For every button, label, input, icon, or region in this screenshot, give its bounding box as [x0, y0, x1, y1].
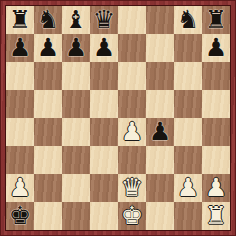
square-h8[interactable]: ♜ [202, 6, 230, 34]
square-g7[interactable] [174, 34, 202, 62]
square-d7[interactable]: ♟ [90, 34, 118, 62]
square-h7[interactable]: ♟ [202, 34, 230, 62]
square-f3[interactable] [146, 146, 174, 174]
square-c5[interactable] [62, 90, 90, 118]
white-king[interactable]: ♚ [121, 203, 143, 228]
square-a2[interactable]: ♟ [6, 174, 34, 202]
square-d3[interactable] [90, 146, 118, 174]
square-g8[interactable]: ♞ [174, 6, 202, 34]
white-pawn[interactable]: ♟ [9, 175, 31, 200]
square-f7[interactable] [146, 34, 174, 62]
square-g4[interactable] [174, 118, 202, 146]
black-pawn[interactable]: ♟ [65, 35, 87, 60]
square-e3[interactable] [118, 146, 146, 174]
square-f5[interactable] [146, 90, 174, 118]
black-bishop[interactable]: ♝ [65, 7, 87, 32]
square-g6[interactable] [174, 62, 202, 90]
square-e1[interactable]: ♚ [118, 202, 146, 230]
square-b6[interactable] [34, 62, 62, 90]
black-pawn[interactable]: ♟ [205, 35, 227, 60]
square-c8[interactable]: ♝ [62, 6, 90, 34]
square-c3[interactable] [62, 146, 90, 174]
black-pawn[interactable]: ♟ [93, 35, 115, 60]
square-e2[interactable]: ♛ [118, 174, 146, 202]
white-pawn[interactable]: ♟ [121, 119, 143, 144]
square-h6[interactable] [202, 62, 230, 90]
black-pawn[interactable]: ♟ [9, 35, 31, 60]
square-c1[interactable] [62, 202, 90, 230]
black-pawn[interactable]: ♟ [37, 35, 59, 60]
square-e8[interactable] [118, 6, 146, 34]
square-c2[interactable] [62, 174, 90, 202]
square-a6[interactable] [6, 62, 34, 90]
square-b2[interactable] [34, 174, 62, 202]
square-d5[interactable] [90, 90, 118, 118]
square-c4[interactable] [62, 118, 90, 146]
square-g2[interactable]: ♟ [174, 174, 202, 202]
black-knight[interactable]: ♞ [177, 7, 199, 32]
square-b8[interactable]: ♞ [34, 6, 62, 34]
square-a7[interactable]: ♟ [6, 34, 34, 62]
square-h1[interactable]: ♜ [202, 202, 230, 230]
square-c6[interactable] [62, 62, 90, 90]
square-a3[interactable] [6, 146, 34, 174]
square-f2[interactable] [146, 174, 174, 202]
white-rook[interactable]: ♜ [205, 203, 227, 228]
square-d8[interactable]: ♛ [90, 6, 118, 34]
square-d6[interactable] [90, 62, 118, 90]
square-f4[interactable]: ♟ [146, 118, 174, 146]
square-g1[interactable] [174, 202, 202, 230]
chess-board: ♜♞♝♛♞♜♟♟♟♟♟♟♟♟♛♟♟♚♚♜ [6, 6, 230, 230]
square-a5[interactable] [6, 90, 34, 118]
square-d4[interactable] [90, 118, 118, 146]
white-queen[interactable]: ♛ [121, 175, 143, 200]
square-a4[interactable] [6, 118, 34, 146]
square-a8[interactable]: ♜ [6, 6, 34, 34]
black-rook[interactable]: ♜ [205, 7, 227, 32]
black-rook[interactable]: ♜ [9, 7, 31, 32]
square-e4[interactable]: ♟ [118, 118, 146, 146]
square-b7[interactable]: ♟ [34, 34, 62, 62]
black-knight[interactable]: ♞ [37, 7, 59, 32]
square-e6[interactable] [118, 62, 146, 90]
square-g3[interactable] [174, 146, 202, 174]
square-f1[interactable] [146, 202, 174, 230]
square-e5[interactable] [118, 90, 146, 118]
square-f6[interactable] [146, 62, 174, 90]
square-b3[interactable] [34, 146, 62, 174]
black-king[interactable]: ♚ [9, 203, 31, 228]
white-pawn[interactable]: ♟ [205, 175, 227, 200]
square-h4[interactable] [202, 118, 230, 146]
black-queen[interactable]: ♛ [93, 7, 115, 32]
square-b4[interactable] [34, 118, 62, 146]
square-d1[interactable] [90, 202, 118, 230]
square-c7[interactable]: ♟ [62, 34, 90, 62]
square-d2[interactable] [90, 174, 118, 202]
square-h5[interactable] [202, 90, 230, 118]
square-a1[interactable]: ♚ [6, 202, 34, 230]
square-e7[interactable] [118, 34, 146, 62]
square-b1[interactable] [34, 202, 62, 230]
square-g5[interactable] [174, 90, 202, 118]
white-pawn[interactable]: ♟ [177, 175, 199, 200]
square-b5[interactable] [34, 90, 62, 118]
board-frame: ♜♞♝♛♞♜♟♟♟♟♟♟♟♟♛♟♟♚♚♜ [0, 0, 236, 236]
square-f8[interactable] [146, 6, 174, 34]
black-pawn[interactable]: ♟ [149, 119, 171, 144]
square-h2[interactable]: ♟ [202, 174, 230, 202]
square-h3[interactable] [202, 146, 230, 174]
